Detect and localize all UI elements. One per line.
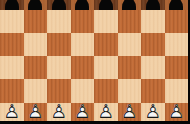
square-a7[interactable] [0, 0, 24, 10]
white-pawn-outline: ♙ [0, 101, 24, 121]
square-f4[interactable] [118, 56, 142, 79]
square-a5[interactable] [0, 33, 24, 56]
white-pawn-outline: ♙ [165, 101, 189, 121]
black-pawn[interactable] [75, 0, 89, 10]
square-c6[interactable] [47, 10, 71, 33]
white-pawn-outline: ♙ [141, 101, 165, 121]
square-d5[interactable] [71, 33, 95, 56]
black-pawn[interactable] [52, 0, 66, 10]
square-f5[interactable] [118, 33, 142, 56]
square-h7[interactable] [165, 0, 189, 10]
chess-board: ♟♙♟♙♟♙♟♙♟♙♟♙♟♙♟♙ [0, 0, 188, 121]
white-pawn-outline: ♙ [47, 101, 71, 121]
square-d4[interactable] [71, 56, 95, 79]
square-b5[interactable] [24, 33, 48, 56]
square-a6[interactable] [0, 10, 24, 33]
square-f7[interactable] [118, 0, 142, 10]
white-pawn[interactable]: ♟♙ [165, 101, 189, 121]
square-f2[interactable]: ♟♙ [118, 103, 142, 121]
square-d7[interactable] [71, 0, 95, 10]
square-g6[interactable] [141, 10, 165, 33]
black-pawn[interactable] [169, 0, 183, 10]
square-f6[interactable] [118, 10, 142, 33]
square-b6[interactable] [24, 10, 48, 33]
square-g5[interactable] [141, 33, 165, 56]
white-pawn[interactable]: ♟♙ [24, 101, 48, 121]
white-pawn[interactable]: ♟♙ [118, 101, 142, 121]
black-pawn[interactable] [122, 0, 136, 10]
black-pawn[interactable] [5, 0, 19, 10]
square-e6[interactable] [94, 10, 118, 33]
white-pawn[interactable]: ♟♙ [47, 101, 71, 121]
square-g2[interactable]: ♟♙ [141, 103, 165, 121]
square-b7[interactable] [24, 0, 48, 10]
square-d6[interactable] [71, 10, 95, 33]
square-h2[interactable]: ♟♙ [165, 103, 189, 121]
square-e7[interactable] [94, 0, 118, 10]
white-pawn[interactable]: ♟♙ [71, 101, 95, 121]
square-g7[interactable] [141, 0, 165, 10]
square-h5[interactable] [165, 33, 189, 56]
square-e4[interactable] [94, 56, 118, 79]
black-pawn[interactable] [146, 0, 160, 10]
white-pawn-outline: ♙ [71, 101, 95, 121]
square-g4[interactable] [141, 56, 165, 79]
square-c4[interactable] [47, 56, 71, 79]
square-c2[interactable]: ♟♙ [47, 103, 71, 121]
white-pawn[interactable]: ♟♙ [141, 101, 165, 121]
square-h4[interactable] [165, 56, 189, 79]
white-pawn[interactable]: ♟♙ [0, 101, 24, 121]
square-h6[interactable] [165, 10, 189, 33]
square-e5[interactable] [94, 33, 118, 56]
white-pawn-outline: ♙ [94, 101, 118, 121]
white-pawn-outline: ♙ [24, 101, 48, 121]
white-pawn[interactable]: ♟♙ [94, 101, 118, 121]
black-pawn[interactable] [28, 0, 42, 10]
square-b4[interactable] [24, 56, 48, 79]
square-b2[interactable]: ♟♙ [24, 103, 48, 121]
white-pawn-outline: ♙ [118, 101, 142, 121]
black-pawn[interactable] [99, 0, 113, 10]
square-a4[interactable] [0, 56, 24, 79]
chess-window: ♟♙♟♙♟♙♟♙♟♙♟♙♟♙♟♙ [0, 0, 190, 124]
square-a2[interactable]: ♟♙ [0, 103, 24, 121]
square-c5[interactable] [47, 33, 71, 56]
square-d2[interactable]: ♟♙ [71, 103, 95, 121]
square-e2[interactable]: ♟♙ [94, 103, 118, 121]
square-c7[interactable] [47, 0, 71, 10]
